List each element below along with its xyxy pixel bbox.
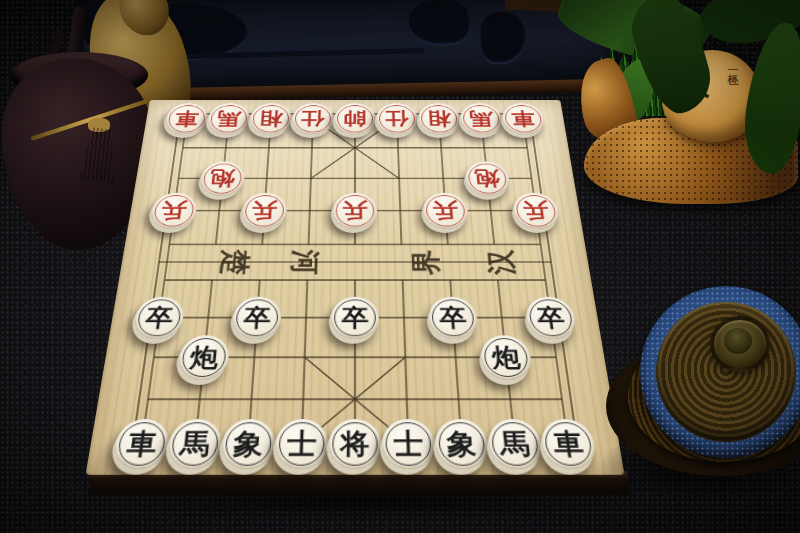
- piece-glyph: 仕: [385, 110, 409, 128]
- piece-glyph: 炮: [474, 169, 500, 188]
- piece-ring: [332, 422, 378, 466]
- piece-glyph: 車: [510, 110, 536, 128]
- red-elephant[interactable]: 相: [249, 103, 292, 134]
- piece-ring: [334, 299, 376, 336]
- red-cannon[interactable]: 炮: [464, 161, 511, 195]
- piece-glyph: 炮: [209, 169, 235, 188]
- piece-ring: [490, 422, 540, 466]
- piece-ring: [235, 299, 279, 336]
- black-advisor[interactable]: 士: [274, 419, 328, 469]
- piece-glyph: 車: [174, 110, 200, 128]
- red-general[interactable]: 帥: [334, 103, 376, 134]
- red-chariot[interactable]: 車: [501, 103, 546, 134]
- photo-scene: 茶 一杯也 楚 河 界 汉 車馬相仕帥仕相馬車炮炮兵兵兵兵兵卒卒卒卒卒炮炮車馬象…: [0, 0, 800, 533]
- slab-carving: [479, 12, 526, 65]
- red-soldier[interactable]: 兵: [422, 193, 469, 229]
- piece-glyph: 馬: [469, 110, 494, 128]
- piece-ring: [180, 338, 227, 377]
- black-soldier[interactable]: 卒: [132, 297, 186, 339]
- red-soldier[interactable]: 兵: [241, 193, 288, 229]
- slab-carving: [407, 0, 470, 47]
- piece-ring: [431, 299, 475, 336]
- piece-glyph: 兵: [522, 200, 550, 220]
- red-elephant[interactable]: 相: [418, 103, 461, 134]
- tea-caddy-inscription: 一杯也: [724, 64, 739, 67]
- red-soldier[interactable]: 兵: [512, 193, 561, 229]
- black-elephant[interactable]: 象: [434, 419, 490, 469]
- red-advisor[interactable]: 仕: [292, 103, 334, 134]
- red-chariot[interactable]: 車: [164, 103, 209, 134]
- red-cannon[interactable]: 炮: [199, 161, 246, 195]
- black-horse[interactable]: 馬: [487, 419, 544, 469]
- black-cannon[interactable]: 炮: [177, 335, 231, 380]
- black-soldier[interactable]: 卒: [331, 297, 380, 339]
- black-chariot[interactable]: 車: [112, 419, 171, 469]
- black-soldier[interactable]: 卒: [428, 297, 479, 339]
- piece-glyph: 兵: [251, 200, 277, 220]
- piece-glyph: 馬: [216, 110, 241, 128]
- piece-ring: [170, 422, 220, 466]
- piece-glyph: 兵: [160, 200, 188, 220]
- black-soldier[interactable]: 卒: [231, 297, 282, 339]
- piece-ring: [278, 422, 325, 466]
- piece-ring: [483, 338, 530, 377]
- piece-ring: [528, 299, 575, 336]
- black-cannon[interactable]: 炮: [479, 335, 533, 380]
- red-horse[interactable]: 馬: [206, 103, 250, 134]
- piece-ring: [116, 422, 167, 466]
- black-general[interactable]: 将: [328, 419, 381, 469]
- black-advisor[interactable]: 士: [382, 419, 436, 469]
- piece-glyph: 兵: [342, 200, 367, 220]
- red-soldier[interactable]: 兵: [149, 193, 198, 229]
- black-chariot[interactable]: 車: [539, 419, 598, 469]
- black-soldier[interactable]: 卒: [524, 297, 578, 339]
- black-horse[interactable]: 馬: [166, 419, 223, 469]
- piece-glyph: 兵: [432, 200, 458, 220]
- piece-ring: [543, 422, 594, 466]
- black-elephant[interactable]: 象: [220, 419, 276, 469]
- jar-knob-top: [724, 328, 752, 354]
- red-horse[interactable]: 馬: [459, 103, 503, 134]
- red-soldier[interactable]: 兵: [333, 193, 378, 229]
- piece-glyph: 仕: [301, 110, 325, 128]
- pieces-layer: 車馬相仕帥仕相馬車炮炮兵兵兵兵兵卒卒卒卒卒炮炮車馬象士将士象馬車: [86, 100, 625, 475]
- piece-ring: [136, 299, 183, 336]
- piece-ring: [385, 422, 432, 466]
- piece-glyph: 帥: [343, 110, 366, 128]
- piece-glyph: 相: [427, 110, 451, 128]
- piece-glyph: 相: [259, 110, 283, 128]
- xiangqi-board: 楚 河 界 汉 車馬相仕帥仕相馬車炮炮兵兵兵兵兵卒卒卒卒卒炮炮車馬象士将士象馬車: [86, 100, 625, 475]
- piece-ring: [224, 422, 272, 466]
- red-advisor[interactable]: 仕: [376, 103, 418, 134]
- piece-ring: [438, 422, 486, 466]
